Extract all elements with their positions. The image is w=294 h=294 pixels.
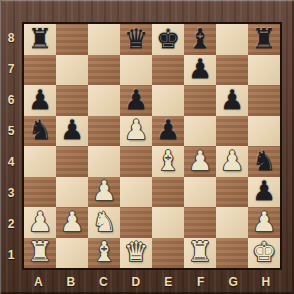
white-pawn-icon[interactable]: ♟ xyxy=(60,208,84,235)
rank-labels: 87654321 xyxy=(0,22,22,270)
square-f4[interactable]: ♟ xyxy=(184,146,216,177)
white-pawn-icon[interactable]: ♟ xyxy=(92,177,116,204)
square-a8[interactable]: ♜ xyxy=(24,24,56,55)
square-g2[interactable] xyxy=(216,207,248,238)
square-h3[interactable]: ♟ xyxy=(248,177,280,208)
chess-board[interactable]: ♜♛♚♝♜♟♟♟♟♞♟♟♟♝♟♟♞♟♟♟♟♞♟♜♝♛♜♚ xyxy=(22,22,282,270)
square-d8[interactable]: ♛ xyxy=(120,24,152,55)
file-label-d: D xyxy=(120,270,153,294)
square-a4[interactable] xyxy=(24,146,56,177)
black-knight-icon[interactable]: ♞ xyxy=(252,147,276,174)
rank-label-6: 6 xyxy=(0,84,22,115)
file-label-c: C xyxy=(87,270,120,294)
square-c5[interactable] xyxy=(88,116,120,147)
square-b7[interactable] xyxy=(56,55,88,86)
white-bishop-icon[interactable]: ♝ xyxy=(92,238,116,265)
square-h4[interactable]: ♞ xyxy=(248,146,280,177)
white-queen-icon[interactable]: ♛ xyxy=(124,238,148,265)
black-king-icon[interactable]: ♚ xyxy=(156,25,180,52)
rank-label-8: 8 xyxy=(0,22,22,53)
square-f7[interactable]: ♟ xyxy=(184,55,216,86)
black-pawn-icon[interactable]: ♟ xyxy=(28,86,52,113)
black-pawn-icon[interactable]: ♟ xyxy=(252,177,276,204)
black-pawn-icon[interactable]: ♟ xyxy=(124,86,148,113)
rank-label-2: 2 xyxy=(0,208,22,239)
white-pawn-icon[interactable]: ♟ xyxy=(188,147,212,174)
square-e2[interactable] xyxy=(152,207,184,238)
square-f5[interactable] xyxy=(184,116,216,147)
square-a2[interactable]: ♟ xyxy=(24,207,56,238)
file-labels: ABCDEFGH xyxy=(22,270,282,294)
square-e6[interactable] xyxy=(152,85,184,116)
rank-label-4: 4 xyxy=(0,146,22,177)
square-h2[interactable]: ♟ xyxy=(248,207,280,238)
black-pawn-icon[interactable]: ♟ xyxy=(220,86,244,113)
white-bishop-icon[interactable]: ♝ xyxy=(156,147,180,174)
square-d4[interactable] xyxy=(120,146,152,177)
square-a7[interactable] xyxy=(24,55,56,86)
square-h1[interactable]: ♚ xyxy=(248,238,280,269)
square-e8[interactable]: ♚ xyxy=(152,24,184,55)
square-b3[interactable] xyxy=(56,177,88,208)
square-e5[interactable]: ♟ xyxy=(152,116,184,147)
square-e4[interactable]: ♝ xyxy=(152,146,184,177)
square-b2[interactable]: ♟ xyxy=(56,207,88,238)
square-b5[interactable]: ♟ xyxy=(56,116,88,147)
file-label-h: H xyxy=(250,270,283,294)
square-a1[interactable]: ♜ xyxy=(24,238,56,269)
black-pawn-icon[interactable]: ♟ xyxy=(156,116,180,143)
white-pawn-icon[interactable]: ♟ xyxy=(124,116,148,143)
black-pawn-icon[interactable]: ♟ xyxy=(60,116,84,143)
square-f6[interactable] xyxy=(184,85,216,116)
square-e7[interactable] xyxy=(152,55,184,86)
square-a3[interactable] xyxy=(24,177,56,208)
file-label-e: E xyxy=(152,270,185,294)
square-g8[interactable] xyxy=(216,24,248,55)
square-b4[interactable] xyxy=(56,146,88,177)
white-rook-icon[interactable]: ♜ xyxy=(28,238,52,265)
file-label-a: A xyxy=(22,270,55,294)
square-d2[interactable] xyxy=(120,207,152,238)
square-h5[interactable] xyxy=(248,116,280,147)
black-rook-icon[interactable]: ♜ xyxy=(252,25,276,52)
square-g4[interactable]: ♟ xyxy=(216,146,248,177)
black-knight-icon[interactable]: ♞ xyxy=(28,116,52,143)
black-bishop-icon[interactable]: ♝ xyxy=(188,25,212,52)
square-c7[interactable] xyxy=(88,55,120,86)
square-e3[interactable] xyxy=(152,177,184,208)
rank-label-1: 1 xyxy=(0,239,22,270)
black-queen-icon[interactable]: ♛ xyxy=(124,25,148,52)
square-g5[interactable] xyxy=(216,116,248,147)
square-d1[interactable]: ♛ xyxy=(120,238,152,269)
chess-board-screenshot: 87654321 ♜♛♚♝♜♟♟♟♟♞♟♟♟♝♟♟♞♟♟♟♟♞♟♜♝♛♜♚ AB… xyxy=(0,0,294,294)
square-h8[interactable]: ♜ xyxy=(248,24,280,55)
file-label-f: F xyxy=(185,270,218,294)
square-h6[interactable] xyxy=(248,85,280,116)
rank-label-7: 7 xyxy=(0,53,22,84)
white-king-icon[interactable]: ♚ xyxy=(252,238,276,265)
square-d5[interactable]: ♟ xyxy=(120,116,152,147)
square-c3[interactable]: ♟ xyxy=(88,177,120,208)
file-label-b: B xyxy=(55,270,88,294)
white-pawn-icon[interactable]: ♟ xyxy=(252,208,276,235)
square-h7[interactable] xyxy=(248,55,280,86)
square-c1[interactable]: ♝ xyxy=(88,238,120,269)
square-b8[interactable] xyxy=(56,24,88,55)
black-pawn-icon[interactable]: ♟ xyxy=(188,55,212,82)
black-rook-icon[interactable]: ♜ xyxy=(28,25,52,52)
square-b6[interactable] xyxy=(56,85,88,116)
rank-label-5: 5 xyxy=(0,115,22,146)
white-pawn-icon[interactable]: ♟ xyxy=(28,208,52,235)
square-a5[interactable]: ♞ xyxy=(24,116,56,147)
white-knight-icon[interactable]: ♞ xyxy=(92,208,116,235)
square-d3[interactable] xyxy=(120,177,152,208)
rank-label-3: 3 xyxy=(0,177,22,208)
square-c6[interactable] xyxy=(88,85,120,116)
square-d6[interactable]: ♟ xyxy=(120,85,152,116)
square-c4[interactable] xyxy=(88,146,120,177)
square-g3[interactable] xyxy=(216,177,248,208)
square-g7[interactable] xyxy=(216,55,248,86)
white-pawn-icon[interactable]: ♟ xyxy=(220,147,244,174)
square-f2[interactable] xyxy=(184,207,216,238)
square-d7[interactable] xyxy=(120,55,152,86)
white-rook-icon[interactable]: ♜ xyxy=(188,238,212,265)
square-f3[interactable] xyxy=(184,177,216,208)
square-f1[interactable]: ♜ xyxy=(184,238,216,269)
square-c8[interactable] xyxy=(88,24,120,55)
square-f8[interactable]: ♝ xyxy=(184,24,216,55)
square-a6[interactable]: ♟ xyxy=(24,85,56,116)
file-label-g: G xyxy=(217,270,250,294)
square-g1[interactable] xyxy=(216,238,248,269)
square-g6[interactable]: ♟ xyxy=(216,85,248,116)
square-e1[interactable] xyxy=(152,238,184,269)
square-c2[interactable]: ♞ xyxy=(88,207,120,238)
square-b1[interactable] xyxy=(56,238,88,269)
